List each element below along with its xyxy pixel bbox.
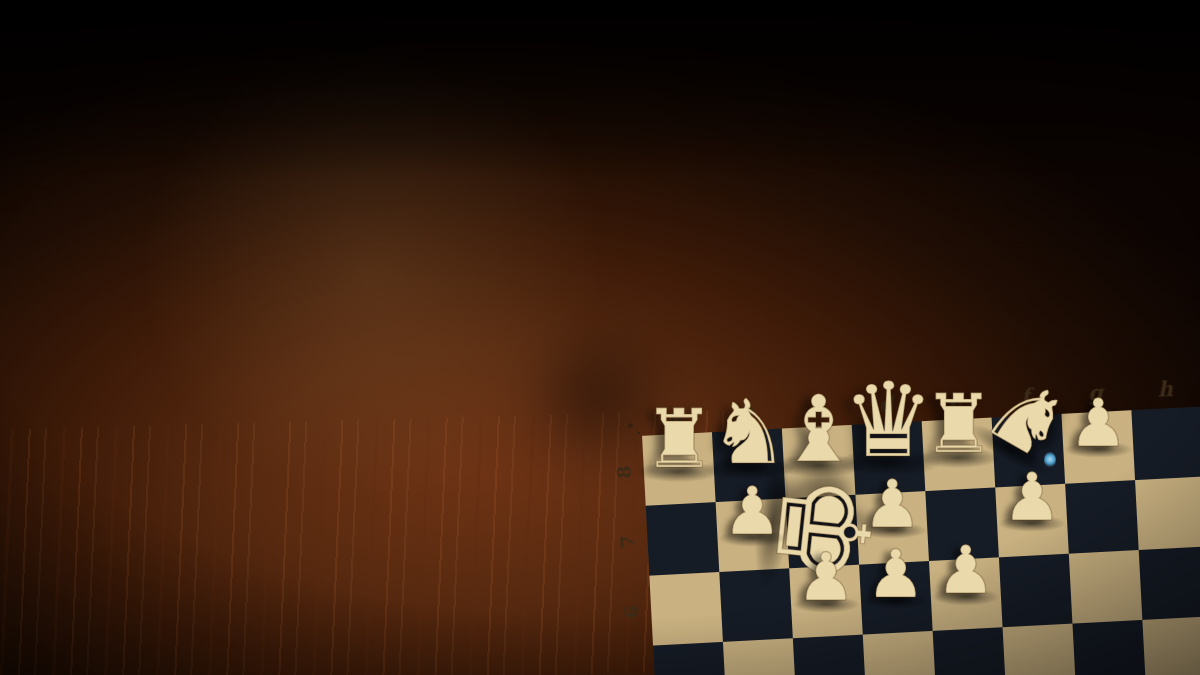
square-f5[interactable]	[1003, 624, 1077, 675]
square-c5[interactable]	[793, 635, 867, 675]
square-b5[interactable]	[723, 638, 797, 675]
square-a6[interactable]	[649, 572, 723, 646]
coord-file-h-far: h	[1129, 367, 1200, 411]
square-e5[interactable]	[933, 627, 1007, 675]
square-h5[interactable]	[1142, 616, 1200, 675]
white-bishop[interactable]: ♝	[777, 382, 860, 474]
coord-rank-6-far: 6	[1194, 558, 1200, 602]
white-pawn[interactable]: ♟	[936, 537, 996, 603]
square-g6[interactable]	[1069, 550, 1143, 624]
perspective-container: abcdefgh8877665544332211abcdefgh	[0, 0, 1200, 675]
square-h6[interactable]	[1139, 546, 1200, 620]
white-rook[interactable]: ♜	[642, 399, 715, 480]
square-f6[interactable]	[999, 554, 1073, 628]
square-g5[interactable]	[1072, 620, 1146, 675]
square-g7[interactable]	[1065, 480, 1139, 554]
white-pawn[interactable]: ♟	[796, 544, 856, 610]
square-d5[interactable]	[863, 631, 937, 675]
white-pawn[interactable]: ♟	[866, 541, 926, 607]
white-pawn[interactable]: ♟	[723, 478, 783, 544]
square-h7[interactable]	[1135, 476, 1200, 550]
white-pawn[interactable]: ♟	[1002, 463, 1062, 529]
coord-rank-8-far: 8	[1187, 419, 1200, 463]
coord-rank-7-far: 7	[1191, 489, 1200, 533]
chess-photo-scene: abcdefgh8877665544332211abcdefgh ♜♞♝♛♜♞♟…	[0, 0, 1200, 675]
square-a5[interactable]	[653, 642, 727, 675]
square-a7[interactable]	[646, 502, 720, 576]
board-border-corner	[600, 396, 642, 438]
